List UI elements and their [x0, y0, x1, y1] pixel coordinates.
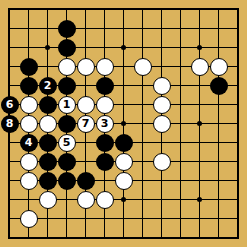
white-stone[interactable]: 1	[58, 96, 76, 114]
go-diagram: 26187345	[0, 0, 247, 247]
hoshi-point	[121, 121, 126, 126]
white-stone[interactable]	[20, 96, 38, 114]
white-stone[interactable]	[153, 77, 171, 95]
hoshi-point	[121, 45, 126, 50]
black-stone[interactable]	[39, 172, 57, 190]
white-stone[interactable]: 5	[58, 134, 76, 152]
white-stone[interactable]	[77, 58, 95, 76]
white-stone[interactable]	[96, 191, 114, 209]
hoshi-point	[197, 45, 202, 50]
move-number-label: 2	[44, 80, 52, 91]
white-stone[interactable]	[20, 172, 38, 190]
black-stone[interactable]	[20, 58, 38, 76]
black-stone[interactable]	[96, 77, 114, 95]
white-stone[interactable]	[20, 115, 38, 133]
move-number-label: 4	[25, 137, 33, 148]
black-stone[interactable]: 2	[39, 77, 57, 95]
white-stone[interactable]	[153, 153, 171, 171]
black-stone[interactable]	[58, 153, 76, 171]
black-stone[interactable]	[58, 77, 76, 95]
move-number-label: 1	[63, 99, 71, 110]
white-stone[interactable]	[77, 191, 95, 209]
black-stone[interactable]	[58, 20, 76, 38]
white-stone[interactable]	[39, 191, 57, 209]
move-number-label: 5	[63, 137, 71, 148]
hoshi-point	[197, 121, 202, 126]
hoshi-point	[45, 45, 50, 50]
white-stone[interactable]	[134, 58, 152, 76]
white-stone[interactable]: 3	[96, 115, 114, 133]
move-number-label: 7	[82, 118, 90, 129]
white-stone[interactable]	[153, 96, 171, 114]
white-stone[interactable]	[153, 115, 171, 133]
white-stone[interactable]	[39, 115, 57, 133]
black-stone[interactable]	[58, 115, 76, 133]
move-number-label: 3	[101, 118, 109, 129]
move-number-label: 6	[6, 99, 14, 110]
white-stone[interactable]: 7	[77, 115, 95, 133]
move-number-label: 8	[6, 118, 14, 129]
white-stone[interactable]	[115, 172, 133, 190]
black-stone[interactable]	[39, 134, 57, 152]
white-stone[interactable]	[191, 58, 209, 76]
black-stone[interactable]	[58, 172, 76, 190]
black-stone[interactable]	[96, 153, 114, 171]
black-stone[interactable]	[96, 134, 114, 152]
hoshi-point	[121, 197, 126, 202]
white-stone[interactable]	[20, 210, 38, 228]
black-stone[interactable]	[58, 39, 76, 57]
white-stone[interactable]	[77, 96, 95, 114]
white-stone[interactable]	[96, 58, 114, 76]
white-stone[interactable]	[115, 153, 133, 171]
black-stone[interactable]	[210, 77, 228, 95]
white-stone[interactable]	[58, 58, 76, 76]
black-stone[interactable]	[39, 96, 57, 114]
black-stone[interactable]: 6	[1, 96, 19, 114]
black-stone[interactable]	[39, 153, 57, 171]
black-stone[interactable]: 8	[1, 115, 19, 133]
go-board[interactable]: 26187345	[0, 0, 247, 247]
black-stone[interactable]	[77, 172, 95, 190]
white-stone[interactable]	[20, 153, 38, 171]
white-stone[interactable]	[210, 58, 228, 76]
black-stone[interactable]	[115, 134, 133, 152]
black-stone[interactable]: 4	[20, 134, 38, 152]
hoshi-point	[197, 197, 202, 202]
black-stone[interactable]	[20, 77, 38, 95]
white-stone[interactable]	[96, 96, 114, 114]
